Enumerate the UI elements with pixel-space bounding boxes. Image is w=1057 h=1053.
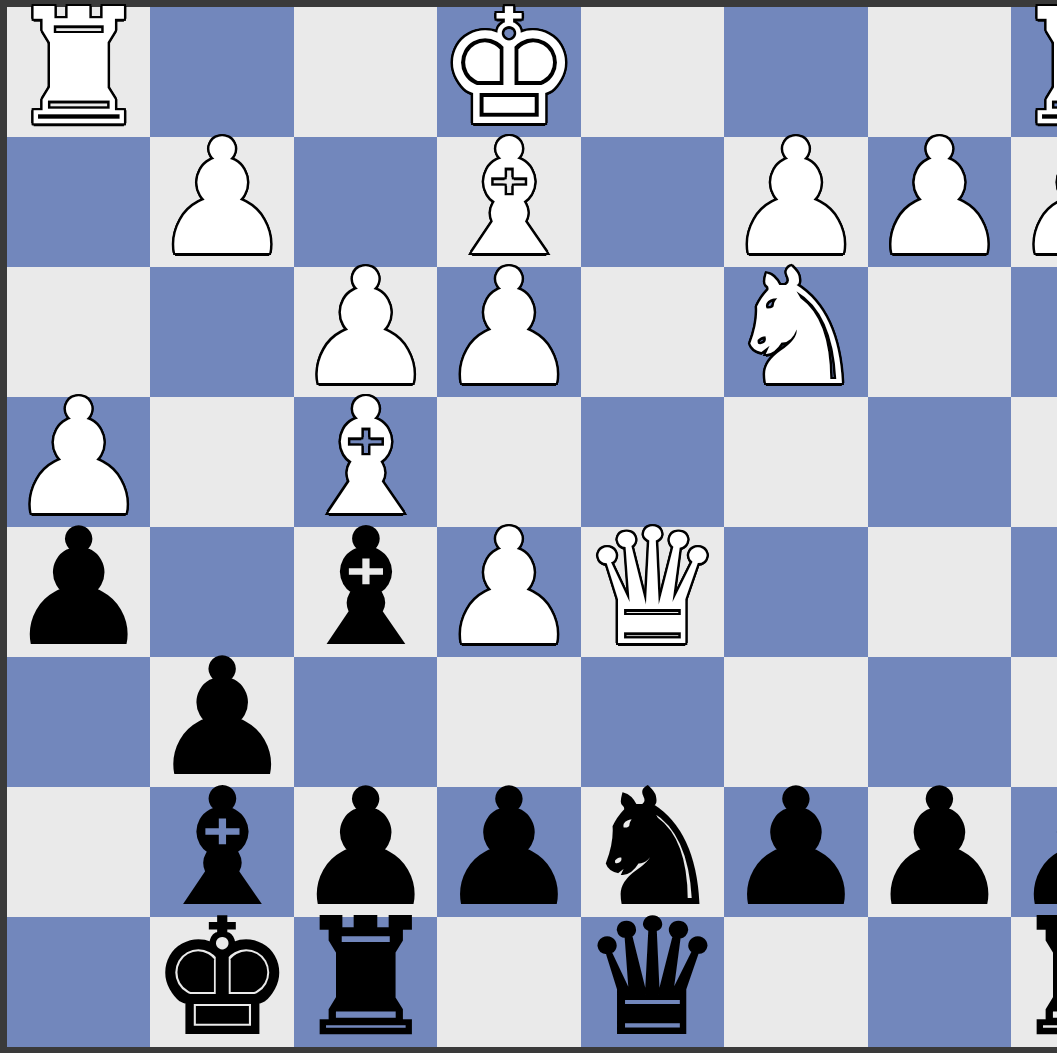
square-e8[interactable] [437,917,580,1047]
square-c4[interactable] [724,397,867,527]
square-a3[interactable] [1011,267,1057,397]
piece-bP-c7: ♟︎ [724,783,867,913]
square-d8[interactable]: ♛︎ [581,917,724,1047]
piece-wP-a2: ♟︎ [1011,133,1057,263]
piece-bR-f8: ♜︎ [294,913,437,1043]
square-a2[interactable]: ♟︎ [1011,137,1057,267]
square-h5[interactable]: ♟︎ [7,527,150,657]
square-a4[interactable] [1011,397,1057,527]
square-f5[interactable]: ♝︎ [294,527,437,657]
piece-wP-e3: ♟︎ [437,263,580,393]
square-c7[interactable]: ♟︎ [724,787,867,917]
piece-bP-e7: ♟︎ [437,783,580,913]
square-g2[interactable]: ♟︎ [150,137,293,267]
square-h6[interactable] [7,657,150,787]
piece-wP-e5: ♟︎ [437,523,580,653]
piece-wP-b2: ♟︎ [868,133,1011,263]
square-d3[interactable] [581,267,724,397]
square-a5[interactable] [1011,527,1057,657]
piece-bK-g8: ♚︎ [150,913,293,1043]
square-h2[interactable] [7,137,150,267]
square-e7[interactable]: ♟︎ [437,787,580,917]
piece-bQ-d8: ♛︎ [581,913,724,1043]
square-b8[interactable] [868,917,1011,1047]
piece-wN-c3: ♞︎ [724,263,867,393]
chess-board: ♜︎♚︎♜︎♟︎♝︎♟︎♟︎♟︎♟︎♟︎♞︎♟︎♝︎♟︎♝︎♟︎♛︎♟︎♝︎♟︎… [0,0,1057,1053]
square-c3[interactable]: ♞︎ [724,267,867,397]
square-b3[interactable] [868,267,1011,397]
square-c5[interactable] [724,527,867,657]
square-b2[interactable]: ♟︎ [868,137,1011,267]
square-g8[interactable]: ♚︎ [150,917,293,1047]
square-g4[interactable] [150,397,293,527]
square-e3[interactable]: ♟︎ [437,267,580,397]
square-d1[interactable] [581,7,724,137]
square-b7[interactable]: ♟︎ [868,787,1011,917]
square-d5[interactable]: ♛︎ [581,527,724,657]
square-h8[interactable] [7,917,150,1047]
square-b4[interactable] [868,397,1011,527]
piece-bP-h5: ♟︎ [7,523,150,653]
square-h1[interactable]: ♜︎ [7,7,150,137]
square-d2[interactable] [581,137,724,267]
square-f1[interactable] [294,7,437,137]
piece-wQ-d5: ♛︎ [581,523,724,653]
square-b5[interactable] [868,527,1011,657]
square-c8[interactable] [724,917,867,1047]
piece-wP-g2: ♟︎ [150,133,293,263]
square-e5[interactable]: ♟︎ [437,527,580,657]
piece-wR-h1: ♜︎ [7,3,150,133]
piece-bR-a8: ♜︎ [1011,913,1057,1043]
square-g3[interactable] [150,267,293,397]
square-f8[interactable]: ♜︎ [294,917,437,1047]
piece-bB-f5: ♝︎ [294,523,437,653]
square-a8[interactable]: ♜︎ [1011,917,1057,1047]
piece-bP-b7: ♟︎ [868,783,1011,913]
square-h7[interactable] [7,787,150,917]
